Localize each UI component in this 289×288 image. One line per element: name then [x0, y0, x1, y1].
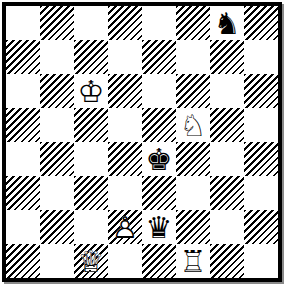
black-king: ♚ — [142, 142, 176, 176]
square-g2[interactable] — [210, 210, 244, 244]
square-e6[interactable] — [142, 74, 176, 108]
white-rook: ♜♖ — [176, 244, 210, 278]
white-knight-outline: ♘ — [176, 108, 210, 142]
square-a4[interactable] — [6, 142, 40, 176]
white-queen-outline: ♕ — [74, 244, 108, 278]
black-knight-glyph: ♞ — [210, 6, 244, 40]
square-f5[interactable]: ♞♘ — [176, 108, 210, 142]
square-h4[interactable] — [244, 142, 278, 176]
square-d5[interactable] — [108, 108, 142, 142]
square-h2[interactable] — [244, 210, 278, 244]
square-d6[interactable] — [108, 74, 142, 108]
square-e7[interactable] — [142, 40, 176, 74]
chess-diagram: ♞♚♔♞♘♚♟♙♛♛♕♜♖ — [0, 0, 289, 288]
square-h5[interactable] — [244, 108, 278, 142]
square-h8[interactable] — [244, 6, 278, 40]
square-h7[interactable] — [244, 40, 278, 74]
square-d4[interactable] — [108, 142, 142, 176]
square-c8[interactable] — [74, 6, 108, 40]
square-d1[interactable] — [108, 244, 142, 278]
white-pawn-outline: ♙ — [108, 210, 142, 244]
square-b1[interactable] — [40, 244, 74, 278]
white-rook-outline: ♖ — [176, 244, 210, 278]
square-c1[interactable]: ♛♕ — [74, 244, 108, 278]
square-g7[interactable] — [210, 40, 244, 74]
square-a7[interactable] — [6, 40, 40, 74]
black-queen-glyph: ♛ — [142, 210, 176, 244]
square-b8[interactable] — [40, 6, 74, 40]
square-a8[interactable] — [6, 6, 40, 40]
square-a2[interactable] — [6, 210, 40, 244]
square-g6[interactable] — [210, 74, 244, 108]
black-knight: ♞ — [210, 6, 244, 40]
square-d8[interactable] — [108, 6, 142, 40]
square-b6[interactable] — [40, 74, 74, 108]
square-f7[interactable] — [176, 40, 210, 74]
white-king-outline: ♔ — [74, 74, 108, 108]
square-b7[interactable] — [40, 40, 74, 74]
square-f2[interactable] — [176, 210, 210, 244]
square-b2[interactable] — [40, 210, 74, 244]
square-g1[interactable] — [210, 244, 244, 278]
square-a5[interactable] — [6, 108, 40, 142]
square-e2[interactable]: ♛ — [142, 210, 176, 244]
square-b3[interactable] — [40, 176, 74, 210]
chess-board: ♞♚♔♞♘♚♟♙♛♛♕♜♖ — [6, 6, 278, 278]
square-e8[interactable] — [142, 6, 176, 40]
square-c7[interactable] — [74, 40, 108, 74]
square-c3[interactable] — [74, 176, 108, 210]
square-h1[interactable] — [244, 244, 278, 278]
square-e3[interactable] — [142, 176, 176, 210]
black-king-glyph: ♚ — [142, 142, 176, 176]
square-f1[interactable]: ♜♖ — [176, 244, 210, 278]
square-c4[interactable] — [74, 142, 108, 176]
square-e4[interactable]: ♚ — [142, 142, 176, 176]
white-pawn: ♟♙ — [108, 210, 142, 244]
square-c5[interactable] — [74, 108, 108, 142]
square-d3[interactable] — [108, 176, 142, 210]
square-b4[interactable] — [40, 142, 74, 176]
square-f3[interactable] — [176, 176, 210, 210]
white-knight: ♞♘ — [176, 108, 210, 142]
square-g5[interactable] — [210, 108, 244, 142]
black-queen: ♛ — [142, 210, 176, 244]
square-b5[interactable] — [40, 108, 74, 142]
square-d2[interactable]: ♟♙ — [108, 210, 142, 244]
square-f8[interactable] — [176, 6, 210, 40]
white-queen: ♛♕ — [74, 244, 108, 278]
square-e1[interactable] — [142, 244, 176, 278]
square-h6[interactable] — [244, 74, 278, 108]
square-c6[interactable]: ♚♔ — [74, 74, 108, 108]
square-a6[interactable] — [6, 74, 40, 108]
board-frame: ♞♚♔♞♘♚♟♙♛♛♕♜♖ — [2, 2, 282, 282]
square-c2[interactable] — [74, 210, 108, 244]
square-h3[interactable] — [244, 176, 278, 210]
square-g8[interactable]: ♞ — [210, 6, 244, 40]
square-f6[interactable] — [176, 74, 210, 108]
square-a3[interactable] — [6, 176, 40, 210]
square-e5[interactable] — [142, 108, 176, 142]
square-d7[interactable] — [108, 40, 142, 74]
square-g3[interactable] — [210, 176, 244, 210]
white-king: ♚♔ — [74, 74, 108, 108]
square-f4[interactable] — [176, 142, 210, 176]
square-g4[interactable] — [210, 142, 244, 176]
square-a1[interactable] — [6, 244, 40, 278]
